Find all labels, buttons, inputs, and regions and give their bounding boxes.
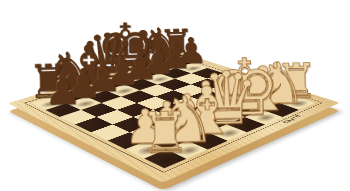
piece-black-pawn-a7[interactable]: ♟ bbox=[44, 71, 82, 110]
piece-white-rook-a1[interactable]: ♜ bbox=[139, 106, 190, 159]
board-frame: ♜♞♝♛♚♝♞♜♟♟♟♟♟♟♟♟♟♟♟♟♟♟♟♟♜♞♝♛♚♝♞♜ cayro bbox=[8, 52, 340, 183]
product-photo-chess-set: ♜♞♝♛♚♝♞♜♟♟♟♟♟♟♟♟♟♟♟♟♟♟♟♟♜♞♝♛♚♝♞♜ cayro bbox=[0, 0, 350, 191]
